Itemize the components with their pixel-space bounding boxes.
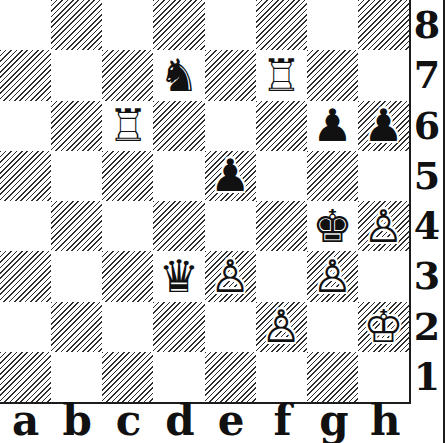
square-d7[interactable]: ♞ (153, 50, 204, 100)
file-label-h: h (360, 404, 411, 443)
white-pawn[interactable]: ♙ (210, 254, 250, 299)
square-h8[interactable] (358, 0, 409, 50)
square-a6[interactable] (0, 101, 51, 151)
square-b1[interactable] (51, 352, 102, 402)
chess-board: ♞♖♖♟♟♟♚♙♛♙♙♙♔ (0, 0, 411, 404)
square-h2[interactable]: ♔ (358, 302, 409, 352)
rank-label-5: 5 (411, 151, 443, 201)
square-d2[interactable] (153, 302, 204, 352)
black-knight[interactable]: ♞ (159, 53, 199, 98)
square-f8[interactable] (256, 0, 307, 50)
square-b4[interactable] (51, 201, 102, 251)
rank-label-1: 1 (411, 352, 443, 402)
square-d8[interactable] (153, 0, 204, 50)
square-f2[interactable]: ♙ (256, 302, 307, 352)
square-g4[interactable]: ♚ (307, 201, 358, 251)
black-queen[interactable]: ♛ (159, 254, 199, 299)
file-label-a: a (0, 404, 51, 443)
square-a4[interactable] (0, 201, 51, 251)
square-g8[interactable] (307, 0, 358, 50)
square-d1[interactable] (153, 352, 204, 402)
black-pawn[interactable]: ♟ (312, 103, 352, 148)
square-c8[interactable] (102, 0, 153, 50)
black-pawn[interactable]: ♟ (363, 103, 403, 148)
square-b7[interactable] (51, 50, 102, 100)
square-b3[interactable] (51, 251, 102, 301)
square-h1[interactable] (358, 352, 409, 402)
file-labels: abcdefgh (0, 404, 411, 443)
square-g5[interactable] (307, 151, 358, 201)
square-f3[interactable] (256, 251, 307, 301)
square-e4[interactable] (205, 201, 256, 251)
rank-labels: 87654321 (411, 0, 443, 402)
square-g3[interactable]: ♙ (307, 251, 358, 301)
square-g7[interactable] (307, 50, 358, 100)
square-e6[interactable] (205, 101, 256, 151)
square-e1[interactable] (205, 352, 256, 402)
rank-label-6: 6 (411, 101, 443, 151)
square-d3[interactable]: ♛ (153, 251, 204, 301)
white-pawn[interactable]: ♙ (363, 204, 403, 249)
square-d5[interactable] (153, 151, 204, 201)
square-a3[interactable] (0, 251, 51, 301)
square-f4[interactable] (256, 201, 307, 251)
square-f6[interactable] (256, 101, 307, 151)
square-a2[interactable] (0, 302, 51, 352)
square-f7[interactable]: ♖ (256, 50, 307, 100)
square-c2[interactable] (102, 302, 153, 352)
white-king[interactable]: ♔ (363, 304, 403, 349)
white-rook[interactable]: ♖ (261, 53, 301, 98)
square-e8[interactable] (205, 0, 256, 50)
square-a5[interactable] (0, 151, 51, 201)
square-a1[interactable] (0, 352, 51, 402)
square-d6[interactable] (153, 101, 204, 151)
white-pawn[interactable]: ♙ (312, 254, 352, 299)
rank-label-7: 7 (411, 50, 443, 100)
file-label-c: c (103, 404, 154, 443)
square-h4[interactable]: ♙ (358, 201, 409, 251)
square-d4[interactable] (153, 201, 204, 251)
square-a8[interactable] (0, 0, 51, 50)
square-f5[interactable] (256, 151, 307, 201)
square-e2[interactable] (205, 302, 256, 352)
file-label-d: d (154, 404, 205, 443)
black-king[interactable]: ♚ (312, 204, 352, 249)
square-b2[interactable] (51, 302, 102, 352)
square-e3[interactable]: ♙ (205, 251, 256, 301)
square-e7[interactable] (205, 50, 256, 100)
file-label-f: f (257, 404, 308, 443)
square-c6[interactable]: ♖ (102, 101, 153, 151)
file-label-b: b (51, 404, 102, 443)
square-g1[interactable] (307, 352, 358, 402)
square-b5[interactable] (51, 151, 102, 201)
square-h6[interactable]: ♟ (358, 101, 409, 151)
square-c5[interactable] (102, 151, 153, 201)
square-c1[interactable] (102, 352, 153, 402)
square-g6[interactable]: ♟ (307, 101, 358, 151)
square-a7[interactable] (0, 50, 51, 100)
square-h3[interactable] (358, 251, 409, 301)
black-pawn[interactable]: ♟ (210, 153, 250, 198)
rank-label-8: 8 (411, 0, 443, 50)
square-f1[interactable] (256, 352, 307, 402)
rank-label-2: 2 (411, 302, 443, 352)
white-pawn[interactable]: ♙ (261, 304, 301, 349)
square-c4[interactable] (102, 201, 153, 251)
file-label-e: e (206, 404, 257, 443)
square-c3[interactable] (102, 251, 153, 301)
rank-label-4: 4 (411, 201, 443, 251)
square-c7[interactable] (102, 50, 153, 100)
square-b8[interactable] (51, 0, 102, 50)
white-rook[interactable]: ♖ (108, 103, 148, 148)
square-b6[interactable] (51, 101, 102, 151)
square-h7[interactable] (358, 50, 409, 100)
chess-diagram: ♞♖♖♟♟♟♚♙♛♙♙♙♔ 87654321 abcdefgh (0, 0, 445, 443)
file-label-g: g (308, 404, 359, 443)
rank-label-3: 3 (411, 251, 443, 301)
square-h5[interactable] (358, 151, 409, 201)
square-e5[interactable]: ♟ (205, 151, 256, 201)
square-g2[interactable] (307, 302, 358, 352)
